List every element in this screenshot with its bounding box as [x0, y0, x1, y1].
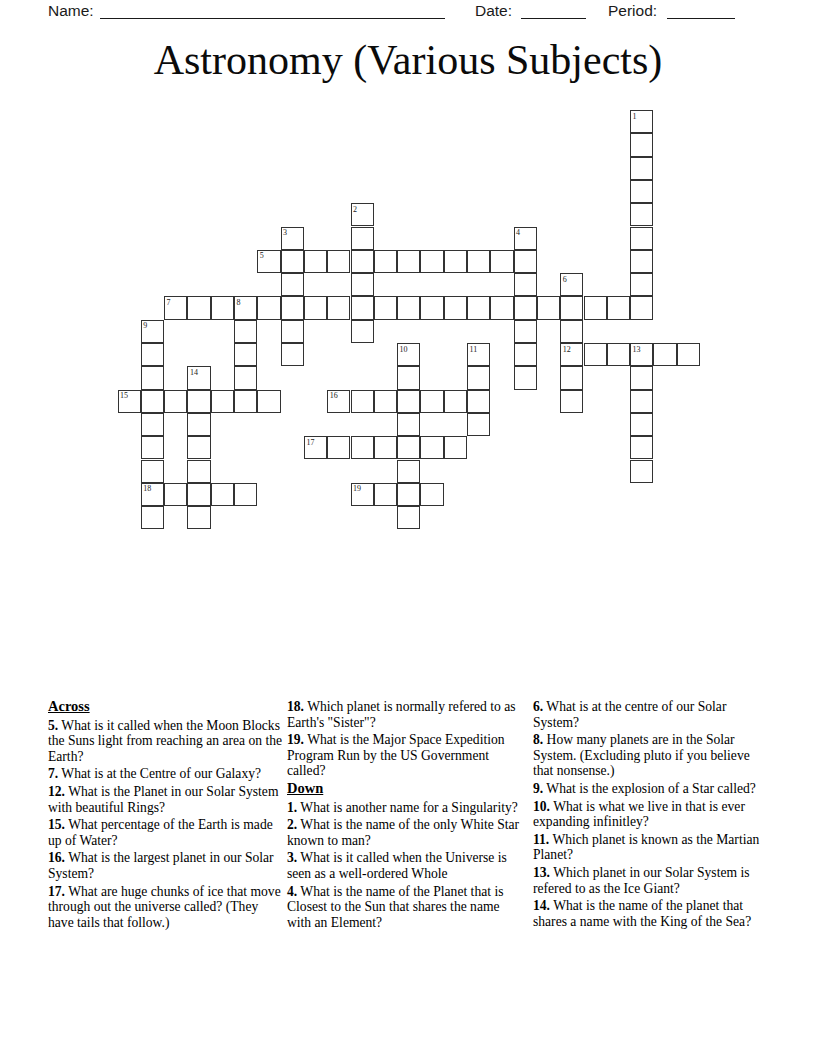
- clue-number-label: 15.: [48, 817, 65, 832]
- clue-number-6: 6: [563, 275, 567, 284]
- grid-cell-r11c12[interactable]: [397, 366, 420, 389]
- clue-9-down: 9. What is the explosion of a Star calle…: [533, 781, 771, 797]
- clue-number-8: 8: [237, 298, 241, 307]
- grid-cell-r8c12[interactable]: [397, 296, 420, 319]
- grid-cell-r12c6[interactable]: [257, 390, 280, 413]
- grid-cell-r16c10[interactable]: 19: [351, 483, 374, 506]
- clue-1-down: 1. What is another name for a Singularit…: [287, 800, 525, 816]
- grid-cell-r15c3[interactable]: [187, 460, 210, 483]
- grid-cell-r10c7[interactable]: [281, 343, 304, 366]
- grid-cell-r16c11[interactable]: [374, 483, 397, 506]
- clue-18-across: 18. Which planet is normally refered to …: [287, 699, 525, 730]
- clue-4-down: 4. What is the name of the Planet that i…: [287, 884, 525, 931]
- grid-cell-r16c12[interactable]: [397, 483, 420, 506]
- clue-number-11: 11: [470, 345, 478, 354]
- clue-8-down: 8. How many planets are in the Solar Sys…: [533, 732, 771, 779]
- grid-cell-r9c5[interactable]: [234, 320, 257, 343]
- grid-cell-r10c22[interactable]: 13: [630, 343, 653, 366]
- grid-cell-r12c15[interactable]: [467, 390, 490, 413]
- grid-cell-r8c18[interactable]: [537, 296, 560, 319]
- grid-cell-r8c19[interactable]: [560, 296, 583, 319]
- grid-cell-r17c12[interactable]: [397, 506, 420, 529]
- clue-6-down: 6. What is at the centre of our Solar Sy…: [533, 699, 771, 730]
- grid-cell-r8c11[interactable]: [374, 296, 397, 319]
- grid-cell-r12c4[interactable]: [211, 390, 234, 413]
- clue-number-label: 17.: [48, 884, 65, 899]
- grid-cell-r6c15[interactable]: [467, 250, 490, 273]
- grid-cell-r17c3[interactable]: [187, 506, 210, 529]
- grid-cell-r14c10[interactable]: [351, 436, 374, 459]
- grid-cell-r14c8[interactable]: 17: [304, 436, 327, 459]
- clue-14-down: 14. What is the name of the planet that …: [533, 898, 771, 929]
- grid-cell-r9c19[interactable]: [560, 320, 583, 343]
- grid-cell-r12c5[interactable]: [234, 390, 257, 413]
- grid-cell-r8c6[interactable]: [257, 296, 280, 319]
- grid-cell-r8c16[interactable]: [490, 296, 513, 319]
- clue-number-19: 19: [353, 484, 361, 493]
- grid-cell-r6c17[interactable]: [514, 250, 537, 273]
- grid-cell-r16c5[interactable]: [234, 483, 257, 506]
- date-label: Date:: [475, 2, 512, 20]
- grid-cell-r4c10[interactable]: 2: [351, 203, 374, 226]
- grid-cell-r14c14[interactable]: [444, 436, 467, 459]
- grid-cell-r12c22[interactable]: [630, 390, 653, 413]
- clue-2-down: 2. What is the name of the only White St…: [287, 817, 525, 848]
- clue-number-label: 4.: [287, 884, 297, 899]
- grid-cell-r8c4[interactable]: [211, 296, 234, 319]
- clue-number-3: 3: [283, 228, 287, 237]
- grid-cell-r11c19[interactable]: [560, 366, 583, 389]
- grid-cell-r6c10[interactable]: [351, 250, 374, 273]
- clue-5-across: 5. What is it called when the Moon Block…: [48, 718, 286, 765]
- grid-cell-r8c15[interactable]: [467, 296, 490, 319]
- clue-11-down: 11. Which planet is known as the Martian…: [533, 832, 771, 863]
- grid-cell-r12c9[interactable]: 16: [327, 390, 350, 413]
- clue-number-5: 5: [260, 251, 264, 260]
- grid-cell-r6c9[interactable]: [327, 250, 350, 273]
- grid-cell-r6c12[interactable]: [397, 250, 420, 273]
- clue-number-12: 12: [563, 345, 571, 354]
- grid-cell-r12c2[interactable]: [164, 390, 187, 413]
- grid-cell-r10c20[interactable]: [584, 343, 607, 366]
- grid-cell-r2c22[interactable]: [630, 157, 653, 180]
- grid-cell-r12c12[interactable]: [397, 390, 420, 413]
- grid-cell-r5c7[interactable]: 3: [281, 227, 304, 250]
- grid-cell-r11c22[interactable]: [630, 366, 653, 389]
- grid-cell-r9c7[interactable]: [281, 320, 304, 343]
- grid-cell-r15c12[interactable]: [397, 460, 420, 483]
- down-header: Down: [287, 781, 525, 797]
- grid-cell-r17c1[interactable]: [141, 506, 164, 529]
- grid-cell-r6c13[interactable]: [420, 250, 443, 273]
- grid-cell-r6c8[interactable]: [304, 250, 327, 273]
- clue-number-label: 18.: [287, 699, 304, 714]
- grid-cell-r12c0[interactable]: 15: [118, 390, 141, 413]
- clue-number-label: 2.: [287, 817, 297, 832]
- clue-number-label: 12.: [48, 784, 65, 799]
- grid-cell-r11c1[interactable]: [141, 366, 164, 389]
- clue-number-label: 3.: [287, 850, 297, 865]
- grid-cell-r1c22[interactable]: [630, 133, 653, 156]
- grid-cell-r15c1[interactable]: [141, 460, 164, 483]
- grid-cell-r11c15[interactable]: [467, 366, 490, 389]
- grid-cell-r8c10[interactable]: [351, 296, 374, 319]
- grid-cell-r12c19[interactable]: [560, 390, 583, 413]
- grid-cell-r6c14[interactable]: [444, 250, 467, 273]
- grid-cell-r8c2[interactable]: 7: [164, 296, 187, 319]
- grid-cell-r8c21[interactable]: [607, 296, 630, 319]
- grid-cell-r9c1[interactable]: 9: [141, 320, 164, 343]
- clue-number-15: 15: [120, 391, 128, 400]
- clue-number-10: 10: [400, 345, 408, 354]
- grid-cell-r12c14[interactable]: [444, 390, 467, 413]
- grid-cell-r10c23[interactable]: [653, 343, 676, 366]
- period-label: Period:: [608, 2, 657, 20]
- grid-cell-r11c5[interactable]: [234, 366, 257, 389]
- clue-number-label: 9.: [533, 781, 543, 796]
- clue-number-label: 13.: [533, 865, 550, 880]
- clue-number-9: 9: [143, 321, 147, 330]
- grid-cell-r10c12[interactable]: 10: [397, 343, 420, 366]
- grid-cell-r3c22[interactable]: [630, 180, 653, 203]
- grid-cell-r4c22[interactable]: [630, 203, 653, 226]
- across-header: Across: [48, 699, 286, 715]
- grid-cell-r13c22[interactable]: [630, 413, 653, 436]
- clue-number-label: 14.: [533, 898, 550, 913]
- clue-number-17: 17: [306, 438, 314, 447]
- clue-number-label: 8.: [533, 732, 543, 747]
- clue-number-label: 1.: [287, 800, 297, 815]
- grid-cell-r14c1[interactable]: [141, 436, 164, 459]
- grid-cell-r16c1[interactable]: 18: [141, 483, 164, 506]
- name-blank-line: [100, 1, 445, 19]
- grid-cell-r8c17[interactable]: [514, 296, 537, 319]
- clue-number-label: 6.: [533, 699, 543, 714]
- clue-13-down: 13. Which planet in our Solar System is …: [533, 865, 771, 896]
- grid-cell-r13c12[interactable]: [397, 413, 420, 436]
- clue-16-across: 16. What is the largest planet in our So…: [48, 850, 286, 881]
- grid-cell-r14c3[interactable]: [187, 436, 210, 459]
- clue-15-across: 15. What percentage of the Earth is made…: [48, 817, 286, 848]
- grid-cell-r7c17[interactable]: [514, 273, 537, 296]
- grid-cell-r10c5[interactable]: [234, 343, 257, 366]
- clue-number-16: 16: [330, 391, 338, 400]
- grid-cell-r16c2[interactable]: [164, 483, 187, 506]
- clue-number-label: 16.: [48, 850, 65, 865]
- worksheet-page: Name: Date: Period: Astronomy (Various S…: [0, 0, 816, 1056]
- clue-7-across: 7. What is at the Centre of our Galaxy?: [48, 766, 286, 782]
- grid-cell-r13c15[interactable]: [467, 413, 490, 436]
- clue-12-across: 12. What is the Planet in our Solar Syst…: [48, 784, 286, 815]
- clue-column-1: Across5. What is it called when the Moon…: [48, 699, 286, 932]
- grid-cell-r15c22[interactable]: [630, 460, 653, 483]
- grid-cell-r13c3[interactable]: [187, 413, 210, 436]
- grid-cell-r7c7[interactable]: [281, 273, 304, 296]
- clue-10-down: 10. What is what we live in that is ever…: [533, 799, 771, 830]
- grid-cell-r5c22[interactable]: [630, 227, 653, 250]
- period-blank-line: [667, 1, 735, 19]
- grid-cell-r16c4[interactable]: [211, 483, 234, 506]
- grid-cell-r10c17[interactable]: [514, 343, 537, 366]
- clue-17-across: 17. What are huge chunks of ice that mov…: [48, 884, 286, 931]
- grid-cell-r5c17[interactable]: 4: [514, 227, 537, 250]
- grid-cell-r14c12[interactable]: [397, 436, 420, 459]
- grid-cell-r8c8[interactable]: [304, 296, 327, 319]
- grid-cell-r7c10[interactable]: [351, 273, 374, 296]
- clue-number-label: 5.: [48, 718, 58, 733]
- grid-cell-r10c15[interactable]: 11: [467, 343, 490, 366]
- name-label: Name:: [48, 2, 94, 20]
- clue-number-13: 13: [633, 345, 641, 354]
- grid-cell-r14c22[interactable]: [630, 436, 653, 459]
- grid-cell-r7c22[interactable]: [630, 273, 653, 296]
- clue-number-7: 7: [167, 298, 171, 307]
- clue-number-2: 2: [353, 205, 357, 214]
- grid-cell-r8c3[interactable]: [187, 296, 210, 319]
- grid-cell-r16c13[interactable]: [420, 483, 443, 506]
- clue-column-3: 6. What is at the centre of our Solar Sy…: [533, 699, 771, 931]
- grid-cell-r10c19[interactable]: 12: [560, 343, 583, 366]
- grid-cell-r10c21[interactable]: [607, 343, 630, 366]
- clue-number-label: 7.: [48, 766, 58, 781]
- grid-cell-r6c6[interactable]: 5: [257, 250, 280, 273]
- fill-in-header: Name: Date: Period:: [0, 0, 816, 30]
- crossword-grid: 12345678910111213141516171819: [118, 110, 701, 530]
- grid-cell-r6c16[interactable]: [490, 250, 513, 273]
- grid-cell-r6c11[interactable]: [374, 250, 397, 273]
- clue-number-1: 1: [633, 112, 637, 121]
- grid-cell-r12c1[interactable]: [141, 390, 164, 413]
- clue-number-18: 18: [143, 484, 151, 493]
- grid-cell-r10c1[interactable]: [141, 343, 164, 366]
- grid-cell-r9c17[interactable]: [514, 320, 537, 343]
- grid-cell-r7c19[interactable]: 6: [560, 273, 583, 296]
- grid-cell-r9c10[interactable]: [351, 320, 374, 343]
- grid-cell-r12c11[interactable]: [374, 390, 397, 413]
- grid-cell-r8c13[interactable]: [420, 296, 443, 319]
- grid-cell-r10c24[interactable]: [677, 343, 700, 366]
- grid-cell-r16c3[interactable]: [187, 483, 210, 506]
- clue-column-2: 18. Which planet is normally refered to …: [287, 699, 525, 932]
- clue-number-4: 4: [516, 228, 520, 237]
- grid-cell-r11c17[interactable]: [514, 366, 537, 389]
- grid-cell-r0c22[interactable]: 1: [630, 110, 653, 133]
- grid-cell-r14c9[interactable]: [327, 436, 350, 459]
- grid-cell-r12c10[interactable]: [351, 390, 374, 413]
- grid-cell-r12c13[interactable]: [420, 390, 443, 413]
- grid-cell-r11c3[interactable]: 14: [187, 366, 210, 389]
- grid-cell-r12c3[interactable]: [187, 390, 210, 413]
- clue-number-label: 11.: [533, 832, 549, 847]
- grid-cell-r14c13[interactable]: [420, 436, 443, 459]
- grid-cell-r8c20[interactable]: [584, 296, 607, 319]
- grid-cell-r8c22[interactable]: [630, 296, 653, 319]
- grid-cell-r6c22[interactable]: [630, 250, 653, 273]
- grid-cell-r5c10[interactable]: [351, 227, 374, 250]
- grid-cell-r14c11[interactable]: [374, 436, 397, 459]
- grid-cell-r8c14[interactable]: [444, 296, 467, 319]
- clue-number-label: 19.: [287, 732, 304, 747]
- grid-cell-r8c9[interactable]: [327, 296, 350, 319]
- clue-19-across: 19. What is the Major Space Expedition P…: [287, 732, 525, 779]
- grid-cell-r8c5[interactable]: 8: [234, 296, 257, 319]
- clue-number-label: 10.: [533, 799, 550, 814]
- grid-cell-r6c7[interactable]: [281, 250, 304, 273]
- date-blank-line: [521, 1, 586, 19]
- grid-cell-r8c7[interactable]: [281, 296, 304, 319]
- grid-cell-r13c1[interactable]: [141, 413, 164, 436]
- clue-3-down: 3. What is it called when the Universe i…: [287, 850, 525, 881]
- clue-number-14: 14: [190, 368, 198, 377]
- page-title: Astronomy (Various Subjects): [0, 36, 816, 84]
